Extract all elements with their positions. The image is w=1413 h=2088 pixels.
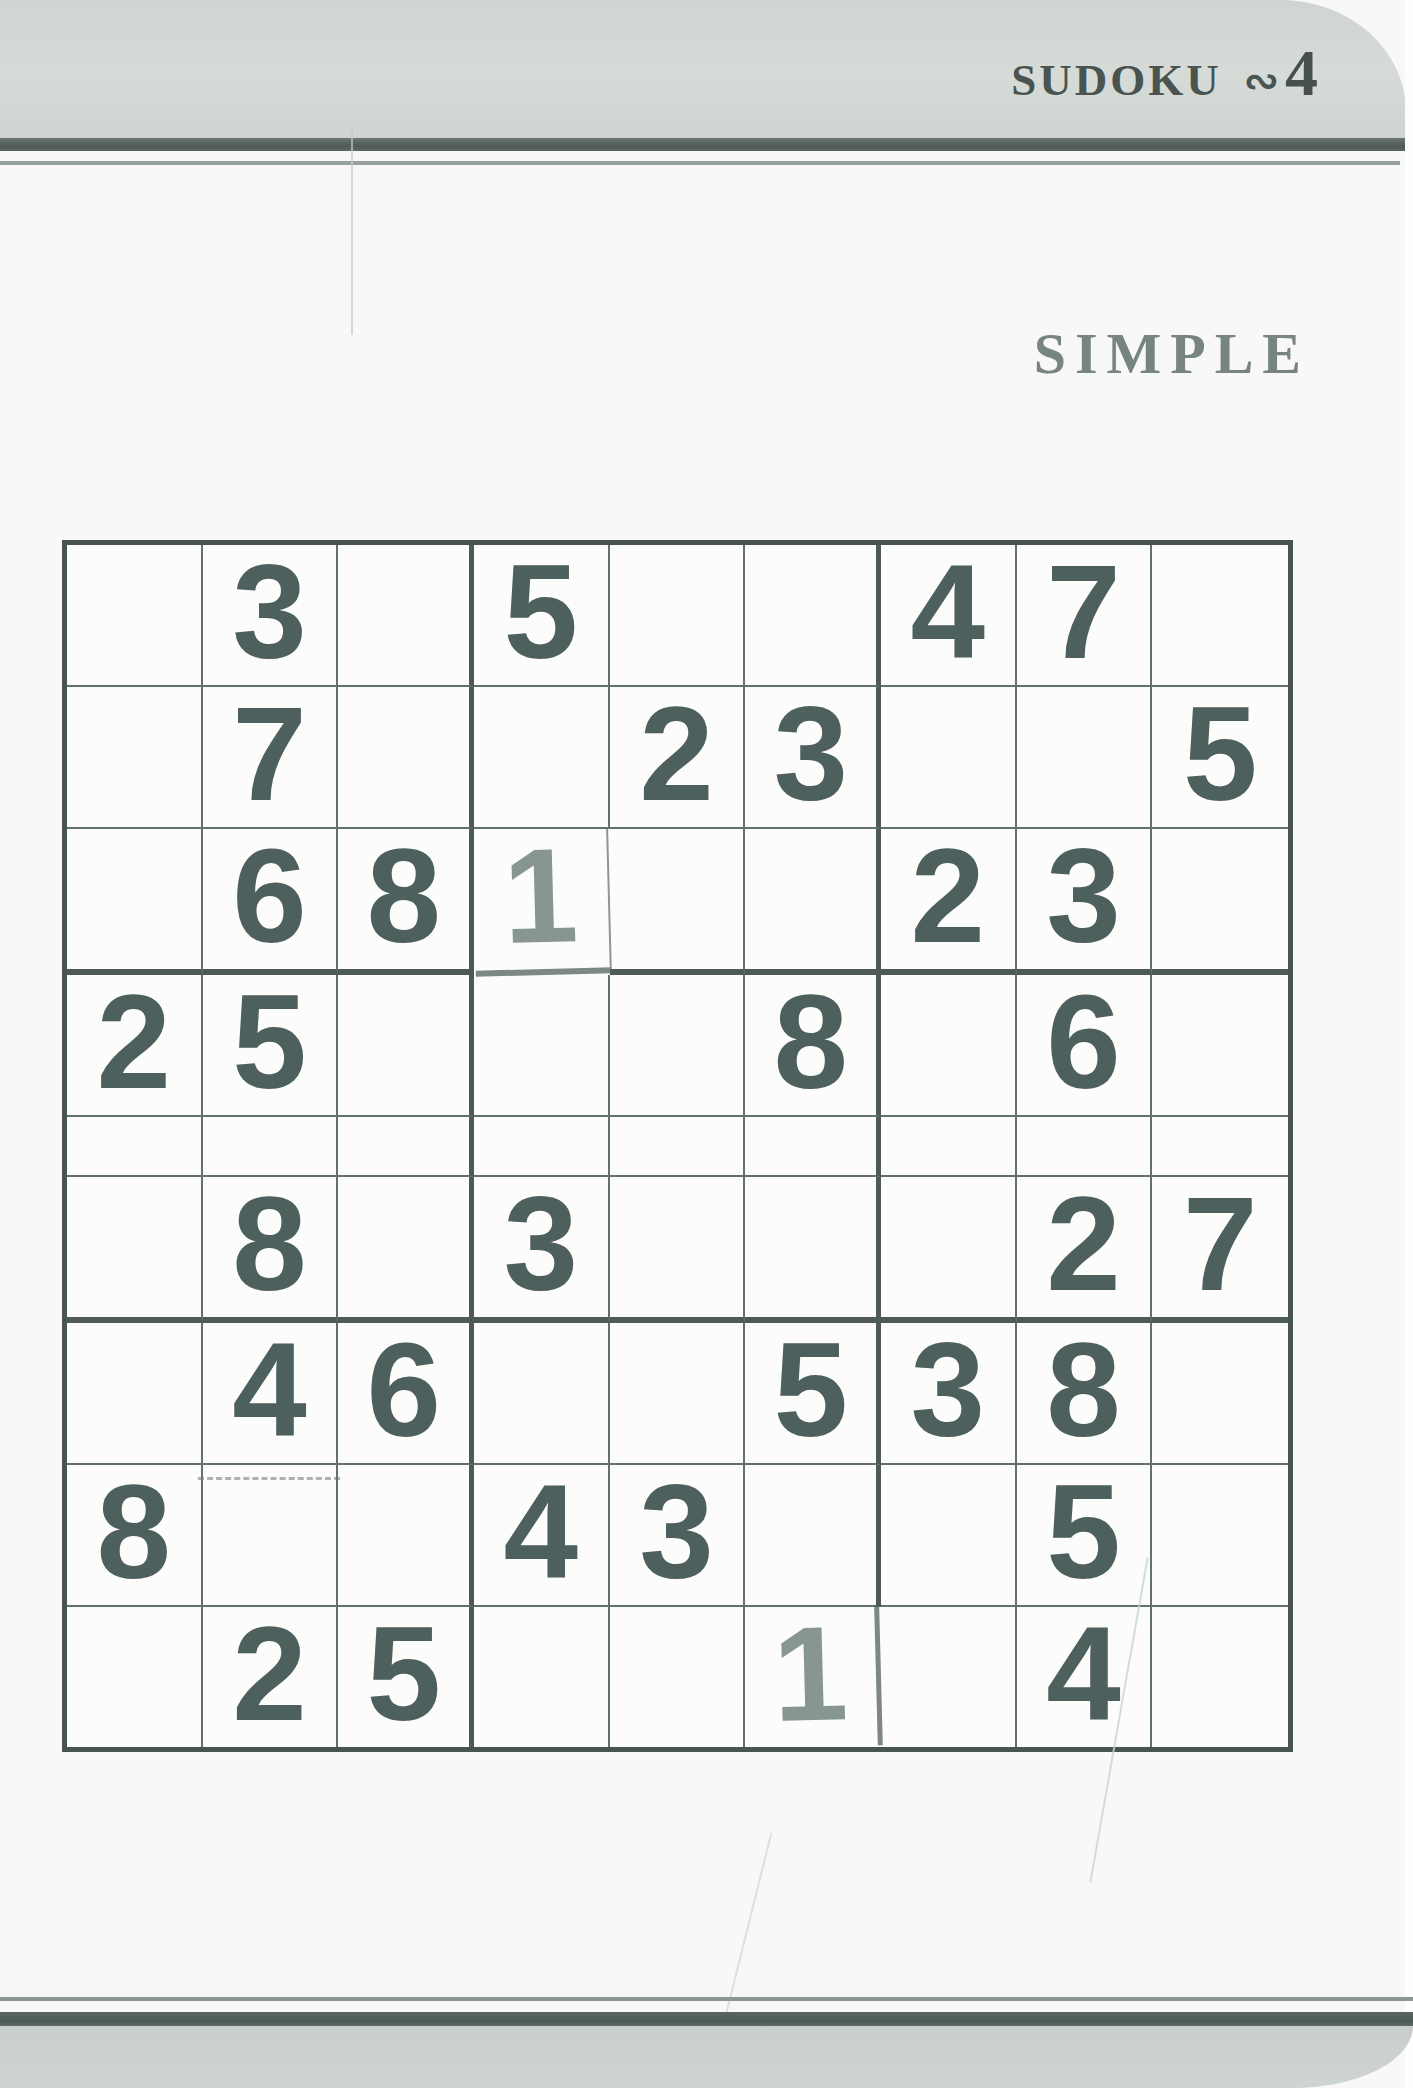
page-edge bbox=[1405, 0, 1413, 2088]
sudoku-cell-r1c5[interactable] bbox=[610, 545, 746, 687]
sudoku-cell-r3c8[interactable]: 3 bbox=[1017, 829, 1153, 975]
sudoku-cell-r6c4[interactable]: 3 bbox=[474, 1177, 610, 1323]
sudoku-cell-r7c7[interactable]: 3 bbox=[881, 1323, 1017, 1465]
page-header-band: Sudoku ∾ 4 bbox=[0, 0, 1406, 138]
scan-artifact bbox=[726, 1833, 773, 2013]
sudoku-cell-r7c2[interactable]: 4 bbox=[203, 1323, 339, 1465]
sudoku-cell-r7c4[interactable] bbox=[474, 1323, 610, 1465]
header-rule-dark bbox=[0, 138, 1406, 151]
footer-rule-dark bbox=[0, 2012, 1413, 2026]
sudoku-cell-r3c3[interactable]: 8 bbox=[338, 829, 474, 975]
sudoku-cell-r9c9[interactable] bbox=[1152, 1607, 1288, 1747]
footer-band bbox=[0, 2012, 1413, 2088]
sudoku-cell-r1c8[interactable]: 7 bbox=[1017, 545, 1153, 687]
sudoku-cell-r9c7[interactable] bbox=[881, 1607, 1017, 1747]
sudoku-cell-r9c5[interactable] bbox=[610, 1607, 746, 1747]
sudoku-cell-r1c3[interactable] bbox=[338, 545, 474, 687]
sudoku-cell-r7c3[interactable]: 6 bbox=[338, 1323, 474, 1465]
sudoku-cell-r4c4[interactable] bbox=[474, 975, 610, 1117]
sudoku-cell-r2c8[interactable] bbox=[1017, 687, 1153, 829]
sudoku-cell-r5c5[interactable] bbox=[610, 1117, 746, 1177]
sudoku-cell-r1c2[interactable]: 3 bbox=[203, 545, 339, 687]
sudoku-cell-r4c8[interactable]: 6 bbox=[1017, 975, 1153, 1117]
sudoku-cell-r5c7[interactable] bbox=[881, 1117, 1017, 1177]
footer-rule-thin bbox=[0, 1997, 1413, 2001]
sudoku-cell-r3c5[interactable] bbox=[610, 829, 746, 975]
sudoku-cell-r2c2[interactable]: 7 bbox=[203, 687, 339, 829]
sudoku-cell-r4c6[interactable]: 8 bbox=[745, 975, 881, 1117]
sudoku-cell-r9c3[interactable]: 5 bbox=[338, 1607, 474, 1747]
sudoku-cell-r6c8[interactable]: 2 bbox=[1017, 1177, 1153, 1323]
sudoku-cell-r2c9[interactable]: 5 bbox=[1152, 687, 1288, 829]
footer-band-fill bbox=[0, 2026, 1413, 2088]
sudoku-cell-r6c7[interactable] bbox=[881, 1177, 1017, 1323]
sudoku-cell-r6c9[interactable]: 7 bbox=[1152, 1177, 1288, 1323]
sudoku-cell-r8c2[interactable] bbox=[203, 1465, 339, 1607]
sudoku-cell-r7c9[interactable] bbox=[1152, 1323, 1288, 1465]
sudoku-cell-r2c7[interactable] bbox=[881, 687, 1017, 829]
sudoku-cell-r2c1[interactable] bbox=[67, 687, 203, 829]
sudoku-cell-r7c8[interactable]: 8 bbox=[1017, 1323, 1153, 1465]
sudoku-cell-r6c1[interactable] bbox=[67, 1177, 203, 1323]
sudoku-cell-r2c3[interactable] bbox=[338, 687, 474, 829]
sudoku-cell-r3c6[interactable] bbox=[745, 829, 881, 975]
sudoku-cell-r8c3[interactable] bbox=[338, 1465, 474, 1607]
sudoku-cell-r3c7[interactable]: 2 bbox=[881, 829, 1017, 975]
page-title: Sudoku ∾ 4 bbox=[1011, 40, 1318, 106]
difficulty-label: SIMPLE bbox=[1034, 325, 1310, 383]
sudoku-cell-r8c5[interactable]: 3 bbox=[610, 1465, 746, 1607]
sudoku-board: 3547723568123258683274653884352514 bbox=[62, 540, 1293, 1752]
sudoku-cell-r4c5[interactable] bbox=[610, 975, 746, 1117]
sudoku-cell-r5c6[interactable] bbox=[745, 1117, 881, 1177]
sudoku-cell-r4c2[interactable]: 5 bbox=[203, 975, 339, 1117]
sudoku-cell-r5c2[interactable] bbox=[203, 1117, 339, 1177]
sudoku-cell-r7c5[interactable] bbox=[610, 1323, 746, 1465]
sudoku-cell-r6c3[interactable] bbox=[338, 1177, 474, 1323]
sudoku-cell-r1c1[interactable] bbox=[67, 545, 203, 687]
sudoku-cell-r9c2[interactable]: 2 bbox=[203, 1607, 339, 1747]
sudoku-cell-r4c1[interactable]: 2 bbox=[67, 975, 203, 1117]
sudoku-cell-r8c8[interactable]: 5 bbox=[1017, 1465, 1153, 1607]
sudoku-cell-r3c2[interactable]: 6 bbox=[203, 829, 339, 975]
sudoku-cell-r8c7[interactable] bbox=[881, 1465, 1017, 1607]
scan-artifact bbox=[351, 128, 353, 335]
sudoku-cell-r1c9[interactable] bbox=[1152, 545, 1288, 687]
sudoku-cell-r9c4[interactable] bbox=[474, 1607, 610, 1747]
sudoku-cell-r5c1[interactable] bbox=[67, 1117, 203, 1177]
sudoku-cell-r3c1[interactable] bbox=[67, 829, 203, 975]
sudoku-cell-r5c9[interactable] bbox=[1152, 1117, 1288, 1177]
sudoku-cell-r2c5[interactable]: 2 bbox=[610, 687, 746, 829]
sudoku-cell-r8c9[interactable] bbox=[1152, 1465, 1288, 1607]
sudoku-cell-r9c6[interactable]: 1 bbox=[744, 1605, 883, 1749]
sudoku-cell-r8c4[interactable]: 4 bbox=[474, 1465, 610, 1607]
sudoku-cell-r4c9[interactable] bbox=[1152, 975, 1288, 1117]
sudoku-cell-r9c1[interactable] bbox=[67, 1607, 203, 1747]
sudoku-cell-r8c1[interactable]: 8 bbox=[67, 1465, 203, 1607]
sudoku-cell-r4c3[interactable] bbox=[338, 975, 474, 1117]
sudoku-cell-r3c4[interactable]: 1 bbox=[472, 827, 611, 977]
sudoku-cell-r2c4[interactable] bbox=[474, 687, 610, 829]
sudoku-cell-r8c6[interactable] bbox=[745, 1465, 881, 1607]
sudoku-cell-r1c7[interactable]: 4 bbox=[881, 545, 1017, 687]
page-title-text: Sudoku bbox=[1011, 42, 1222, 106]
sudoku-cell-r6c2[interactable]: 8 bbox=[203, 1177, 339, 1323]
scroll-ornament-icon: ∾ bbox=[1244, 60, 1275, 102]
sudoku-cell-r2c6[interactable]: 3 bbox=[745, 687, 881, 829]
sudoku-cell-r1c6[interactable] bbox=[745, 545, 881, 687]
sudoku-cell-r1c4[interactable]: 5 bbox=[474, 545, 610, 687]
sudoku-cell-r4c7[interactable] bbox=[881, 975, 1017, 1117]
scanned-page: Sudoku ∾ 4 SIMPLE 3547723568123258683274… bbox=[0, 0, 1413, 2088]
sudoku-cell-r5c3[interactable] bbox=[338, 1117, 474, 1177]
sudoku-cell-r9c8[interactable]: 4 bbox=[1017, 1607, 1153, 1747]
sudoku-cell-r6c5[interactable] bbox=[610, 1177, 746, 1323]
sudoku-cell-r5c8[interactable] bbox=[1017, 1117, 1153, 1177]
sudoku-cell-r7c6[interactable]: 5 bbox=[745, 1323, 881, 1465]
sudoku-cell-r6c6[interactable] bbox=[745, 1177, 881, 1323]
sudoku-cell-r5c4[interactable] bbox=[474, 1117, 610, 1177]
header-rule-thin bbox=[0, 161, 1400, 165]
sudoku-cell-r7c1[interactable] bbox=[67, 1323, 203, 1465]
sudoku-cell-r3c9[interactable] bbox=[1152, 829, 1288, 975]
puzzle-number: 4 bbox=[1285, 40, 1318, 106]
